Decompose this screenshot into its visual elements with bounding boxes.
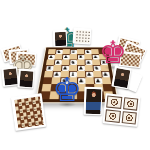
pink-king-piece[interactable]: ♚: [98, 37, 128, 68]
portrait-card-top[interactable]: [53, 30, 68, 47]
portrait-art: [19, 70, 33, 87]
miniboard-diagram-card-bottom-left[interactable]: [11, 93, 46, 131]
blue-king-piece[interactable]: ♚: [52, 73, 82, 106]
ornate-motif: [123, 97, 139, 110]
portrait-art: [113, 67, 130, 87]
portrait-card-left-2[interactable]: [17, 68, 34, 88]
portrait-art-woman-blue-dress: [85, 88, 101, 114]
product-photo-scene: ♚ ♚ ♚ ♚ ♞♛♞♟♟♜♟♟♞♟♜♜♟♟♞♟♝♟♟♞♟♟: [0, 0, 150, 150]
portrait-card-bottom[interactable]: [84, 87, 103, 116]
portrait-art: [54, 31, 65, 45]
piece-tile-p[interactable]: ♟: [62, 55, 69, 60]
ornate-card-back-bottom-right[interactable]: [103, 93, 141, 126]
piece-tile-p[interactable]: ♟: [85, 60, 92, 65]
portrait-card-left-1[interactable]: [1, 66, 19, 87]
reference-card-top[interactable]: [73, 28, 92, 45]
ornate-motifs: [105, 95, 139, 124]
piece-tile-p[interactable]: ♟: [102, 71, 110, 77]
piece-tile-n[interactable]: ♞: [70, 60, 77, 65]
miniboard-art: [14, 96, 44, 128]
piece-tile-r[interactable]: ♜: [77, 55, 84, 60]
board-square[interactable]: [102, 77, 111, 84]
piece-tile-p[interactable]: ♟: [94, 78, 102, 84]
ornate-motif: [106, 95, 122, 108]
piece-tile-p[interactable]: ♟: [54, 60, 61, 65]
ornate-motif: [105, 109, 121, 122]
portrait-art: [3, 68, 18, 85]
reference-grid-art: [74, 29, 90, 43]
piece-tile-p[interactable]: ♟: [86, 71, 93, 77]
ornate-motif: [121, 111, 137, 124]
